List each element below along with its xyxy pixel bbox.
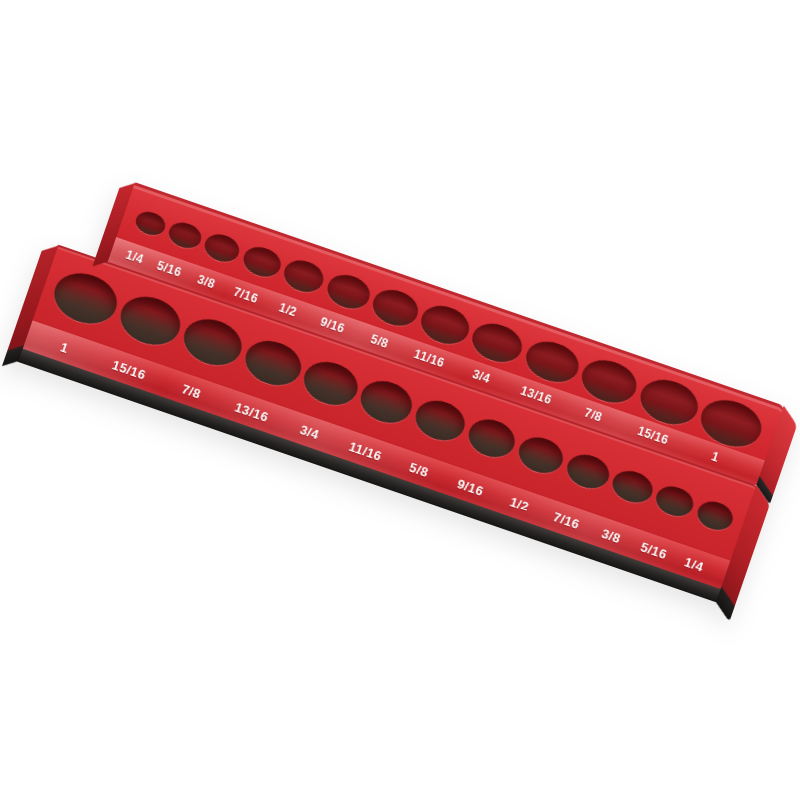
size-label: 3/8 xyxy=(600,525,623,545)
socket-hole-3-4 xyxy=(298,355,363,412)
socket-hole-7-16 xyxy=(562,449,613,493)
socket-hole-5-16 xyxy=(652,482,698,522)
socket-hole-3-8 xyxy=(608,466,656,508)
size-label: 15/16 xyxy=(110,357,148,382)
product-photo: 1/45/163/87/161/29/165/811/163/413/167/8… xyxy=(0,0,800,800)
socket-hole-1-4 xyxy=(133,208,168,238)
size-label: 11/16 xyxy=(347,438,384,463)
size-label: 5/16 xyxy=(639,539,669,562)
size-label: 7/8 xyxy=(180,381,203,401)
socket-hole-1-2 xyxy=(514,432,568,479)
socket-hole-15-16 xyxy=(114,289,187,353)
socket-hole-11-16 xyxy=(355,375,417,429)
socket-hole-3-8 xyxy=(201,230,243,266)
size-label: 5/16 xyxy=(155,258,183,279)
size-label: 9/16 xyxy=(455,476,485,499)
socket-hole-11-16 xyxy=(416,300,473,349)
size-label: 15/16 xyxy=(636,424,671,448)
socket-hole-5-8 xyxy=(410,395,469,447)
size-label: 13/16 xyxy=(519,384,554,408)
size-label: 7/8 xyxy=(583,406,604,425)
socket-hole-1-4 xyxy=(694,497,737,534)
size-label: 5/8 xyxy=(369,332,390,351)
size-label: 3/8 xyxy=(195,272,216,291)
size-label: 1/2 xyxy=(277,300,298,319)
socket-hole-1 xyxy=(48,265,124,331)
size-label: 11/16 xyxy=(412,347,446,370)
size-label: 7/16 xyxy=(232,285,260,306)
socket-hole-7-8 xyxy=(177,311,248,372)
size-label: 1/4 xyxy=(683,554,706,574)
size-label: 1/4 xyxy=(124,248,145,267)
size-label: 3/4 xyxy=(298,421,321,441)
socket-hole-7-16 xyxy=(239,243,284,281)
socket-hole-5-16 xyxy=(166,219,205,252)
size-label: 9/16 xyxy=(318,315,346,336)
socket-hole-9-16 xyxy=(323,270,374,314)
size-label: 5/8 xyxy=(408,459,431,479)
socket-hole-9-16 xyxy=(463,414,520,463)
socket-hole-5-8 xyxy=(368,285,422,331)
size-label: 7/16 xyxy=(551,509,581,532)
size-label: 1/2 xyxy=(508,494,531,514)
socket-hole-13-16 xyxy=(239,333,307,392)
size-label: 3/4 xyxy=(471,367,492,386)
size-label: 13/16 xyxy=(233,399,271,424)
socket-hole-1-2 xyxy=(280,256,328,297)
size-label: 1 xyxy=(710,449,721,465)
size-label: 1 xyxy=(58,339,70,356)
socket-organizer-tray: 1/45/163/87/161/29/165/811/163/413/167/8… xyxy=(17,165,784,603)
